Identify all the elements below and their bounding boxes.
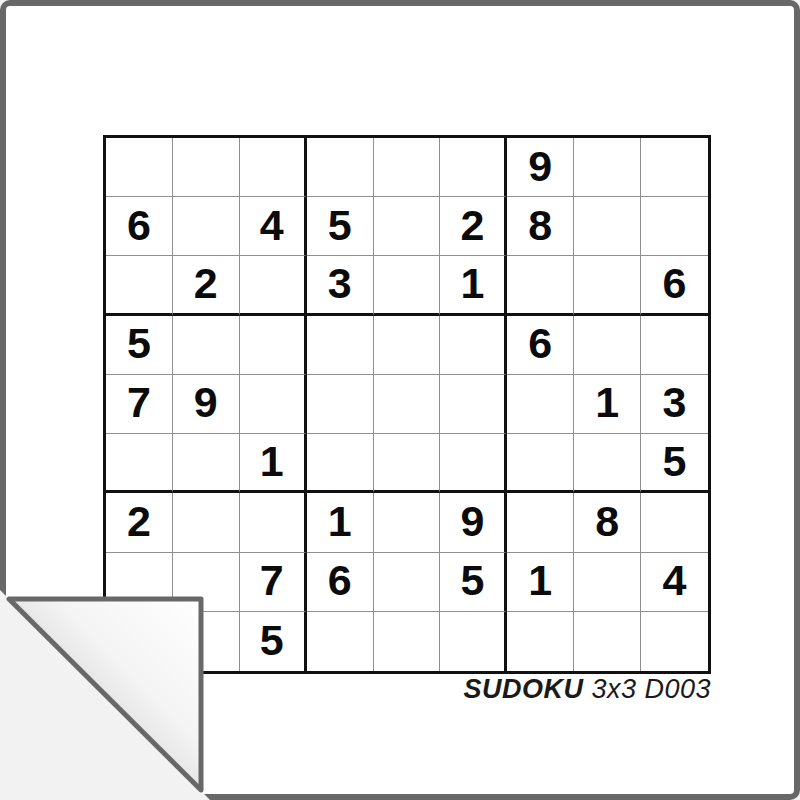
cell-r3c7	[507, 256, 574, 315]
cell-r5c8: 1	[574, 375, 641, 434]
cell-r4c6	[440, 316, 507, 375]
cell-r7c9	[641, 493, 708, 552]
sudoku-board: 9645282316567913152198765145	[103, 135, 711, 674]
cell-r6c7	[507, 434, 574, 493]
cell-r8c2	[173, 553, 240, 612]
cell-r1c5	[374, 138, 441, 197]
cell-r1c1	[106, 138, 173, 197]
cell-r2c9	[641, 197, 708, 256]
cell-r8c8	[574, 553, 641, 612]
cell-r9c9	[641, 612, 708, 671]
cell-r6c3: 1	[240, 434, 307, 493]
cell-r7c2	[173, 493, 240, 552]
cell-r9c8	[574, 612, 641, 671]
cell-r5c7	[507, 375, 574, 434]
cell-r1c7: 9	[507, 138, 574, 197]
cell-r1c6	[440, 138, 507, 197]
cell-r8c1	[106, 553, 173, 612]
cell-r4c8	[574, 316, 641, 375]
cell-r9c4	[307, 612, 374, 671]
cell-r3c1	[106, 256, 173, 315]
cell-r8c4: 6	[307, 553, 374, 612]
cell-r2c3: 4	[240, 197, 307, 256]
cell-r3c2: 2	[173, 256, 240, 315]
puzzle-page: 9645282316567913152198765145 SUDOKU3x3 D…	[0, 0, 800, 800]
cell-r5c6	[440, 375, 507, 434]
cell-r8c7: 1	[507, 553, 574, 612]
cell-r3c5	[374, 256, 441, 315]
cell-r2c7: 8	[507, 197, 574, 256]
cell-r8c3: 7	[240, 553, 307, 612]
cell-r1c3	[240, 138, 307, 197]
cell-r5c5	[374, 375, 441, 434]
cell-r8c6: 5	[440, 553, 507, 612]
cell-r9c7	[507, 612, 574, 671]
cell-r5c3	[240, 375, 307, 434]
cell-r6c4	[307, 434, 374, 493]
cell-r3c3	[240, 256, 307, 315]
cell-r3c8	[574, 256, 641, 315]
cell-r1c2	[173, 138, 240, 197]
cell-r9c6	[440, 612, 507, 671]
cell-r9c2	[173, 612, 240, 671]
caption: SUDOKU3x3 D003	[103, 674, 711, 705]
cell-r5c2: 9	[173, 375, 240, 434]
cell-r7c7	[507, 493, 574, 552]
cell-r4c4	[307, 316, 374, 375]
cell-r4c1: 5	[106, 316, 173, 375]
cell-r9c5	[374, 612, 441, 671]
caption-title: SUDOKU	[463, 674, 583, 704]
cell-r2c5	[374, 197, 441, 256]
cell-r2c6: 2	[440, 197, 507, 256]
cell-r8c5	[374, 553, 441, 612]
cell-r3c9: 6	[641, 256, 708, 315]
cell-r4c5	[374, 316, 441, 375]
cell-r6c9: 5	[641, 434, 708, 493]
cell-r7c5	[374, 493, 441, 552]
cell-r6c1	[106, 434, 173, 493]
cell-r4c7: 6	[507, 316, 574, 375]
cell-r6c2	[173, 434, 240, 493]
cell-r9c1	[106, 612, 173, 671]
cell-r4c9	[641, 316, 708, 375]
cell-r7c6: 9	[440, 493, 507, 552]
cell-r6c5	[374, 434, 441, 493]
cell-r6c6	[440, 434, 507, 493]
cell-r7c4: 1	[307, 493, 374, 552]
cell-r3c6: 1	[440, 256, 507, 315]
cell-r5c9: 3	[641, 375, 708, 434]
cell-r3c4: 3	[307, 256, 374, 315]
cell-r2c4: 5	[307, 197, 374, 256]
cell-r7c8: 8	[574, 493, 641, 552]
cell-r1c4	[307, 138, 374, 197]
cell-r5c4	[307, 375, 374, 434]
cell-r9c3: 5	[240, 612, 307, 671]
cell-r2c2	[173, 197, 240, 256]
cell-r2c1: 6	[106, 197, 173, 256]
cell-r7c1: 2	[106, 493, 173, 552]
cell-r8c9: 4	[641, 553, 708, 612]
cell-r1c8	[574, 138, 641, 197]
cell-r7c3	[240, 493, 307, 552]
caption-subtitle: 3x3 D003	[591, 674, 711, 704]
cell-r6c8	[574, 434, 641, 493]
cell-r4c2	[173, 316, 240, 375]
cell-r1c9	[641, 138, 708, 197]
cell-r5c1: 7	[106, 375, 173, 434]
cell-r2c8	[574, 197, 641, 256]
cell-r4c3	[240, 316, 307, 375]
